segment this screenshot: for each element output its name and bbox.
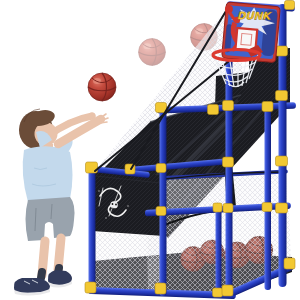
frame-pole-mid-left	[160, 104, 167, 296]
flying-ball-solid	[88, 73, 116, 101]
frame-pole-storage	[216, 206, 222, 296]
frame-pole-rear	[265, 104, 272, 290]
scene-illustration: DUNK	[0, 0, 300, 300]
child-shorts	[26, 197, 75, 241]
child-shirt	[23, 146, 73, 202]
child-back-shoe	[48, 270, 72, 285]
backboard-text: DUNK	[237, 9, 272, 22]
child-sock	[41, 272, 42, 278]
frame-pole-front-left	[89, 166, 96, 294]
product-photo: DUNK	[0, 0, 300, 300]
flying-ball-ghost-1	[139, 39, 166, 66]
graffiti-panel	[92, 168, 164, 236]
